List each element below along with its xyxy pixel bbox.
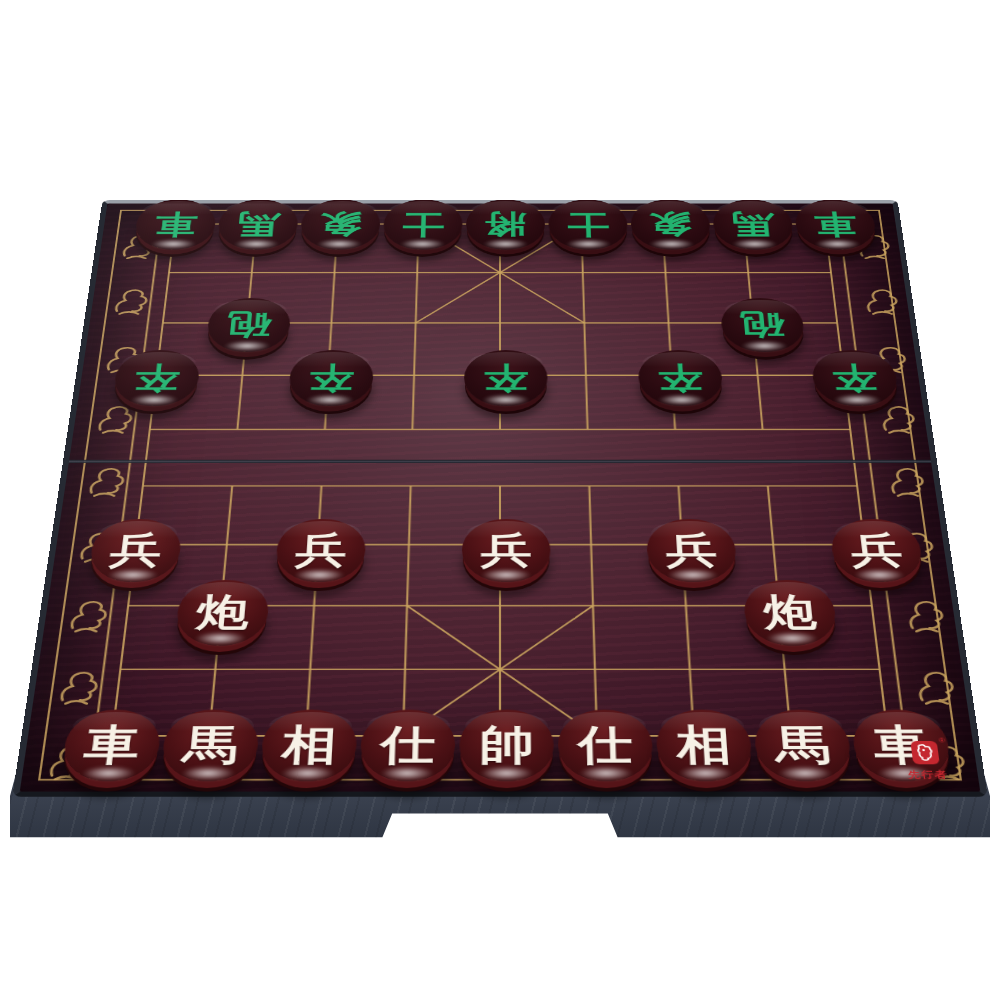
piece-character: 兵 xyxy=(294,532,348,569)
zodiac-animal-icon xyxy=(62,595,114,635)
piece-red-仕[interactable]: 仕 xyxy=(557,710,654,782)
piece-character: 馬 xyxy=(773,724,832,766)
piece-black-士[interactable]: 士 xyxy=(548,200,628,250)
brand-logo-mark: ® xyxy=(910,741,939,764)
registered-mark: ® xyxy=(938,737,946,744)
piece-red-帥[interactable]: 帥 xyxy=(459,710,554,782)
piece-character: 兵 xyxy=(108,532,164,569)
piece-character: 炮 xyxy=(195,593,251,631)
grid-lines xyxy=(20,204,980,792)
piece-character: 卒 xyxy=(483,363,528,393)
fold-seam xyxy=(69,460,932,463)
zodiac-animal-icon xyxy=(91,401,139,436)
zodiac-animal-icon xyxy=(881,462,930,498)
panda-figure-icon xyxy=(914,743,936,761)
brand-logo-text: 先行者 xyxy=(902,769,955,782)
piece-character: 卒 xyxy=(133,363,181,393)
brand-logo: ® 先行者 xyxy=(898,741,954,781)
zodiac-animal-icon xyxy=(52,665,105,707)
piece-character: 炮 xyxy=(762,593,818,631)
product-photo: 車馬象士將士象馬車砲砲卒卒卒卒卒兵兵兵兵兵炮炮車馬相仕帥仕相馬車 ® 先行者 xyxy=(0,0,1000,1000)
piece-character: 仕 xyxy=(380,724,436,766)
piece-character: 砲 xyxy=(739,310,785,339)
zodiac-animal-icon xyxy=(82,462,131,498)
piece-character: 卒 xyxy=(831,363,879,393)
zodiac-animal-icon xyxy=(858,285,904,317)
piece-character: 士 xyxy=(402,211,445,238)
zodiac-animal-icon xyxy=(873,401,921,436)
piece-character: 帥 xyxy=(479,724,534,766)
piece-character: 士 xyxy=(567,211,610,238)
piece-character: 相 xyxy=(281,724,338,766)
piece-character: 卒 xyxy=(657,363,703,393)
piece-character: 馬 xyxy=(236,211,281,238)
piece-red-兵[interactable]: 兵 xyxy=(462,519,551,582)
piece-character: 象 xyxy=(319,211,363,238)
zodiac-animal-icon xyxy=(108,285,154,317)
piece-character: 兵 xyxy=(665,532,719,569)
piece-character: 象 xyxy=(649,211,693,238)
piece-character: 馬 xyxy=(181,724,240,766)
piece-character: 兵 xyxy=(849,532,905,569)
xiangqi-board[interactable]: 車馬象士將士象馬車砲砲卒卒卒卒卒兵兵兵兵兵炮炮車馬相仕帥仕相馬車 ® 先行者 xyxy=(12,200,987,797)
piece-character: 相 xyxy=(675,724,732,766)
piece-character: 馬 xyxy=(731,211,776,238)
piece-character: 車 xyxy=(813,211,859,238)
piece-character: 將 xyxy=(484,211,526,238)
piece-character: 兵 xyxy=(480,532,532,569)
zodiac-animal-icon xyxy=(908,665,961,707)
piece-character: 卒 xyxy=(308,363,354,393)
board-surface[interactable]: 車馬象士將士象馬車砲砲卒卒卒卒卒兵兵兵兵兵炮炮車馬相仕帥仕相馬車 ® 先行者 xyxy=(12,200,987,797)
piece-character: 車 xyxy=(153,211,198,238)
piece-character: 車 xyxy=(82,724,142,766)
zodiac-animal-icon xyxy=(899,595,951,635)
piece-black-將[interactable]: 將 xyxy=(466,200,546,250)
piece-black-卒[interactable]: 卒 xyxy=(464,350,548,406)
piece-character: 仕 xyxy=(577,724,633,766)
piece-character: 砲 xyxy=(226,310,272,339)
